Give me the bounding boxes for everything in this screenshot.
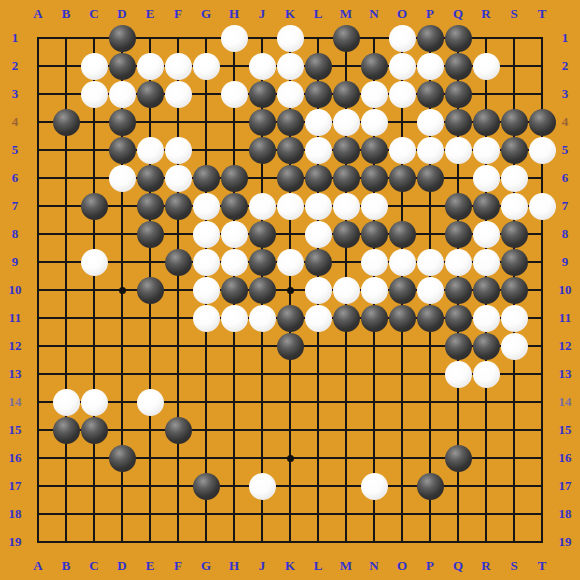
black-stone-J10[interactable] <box>249 277 276 304</box>
black-stone-Q16[interactable] <box>445 445 472 472</box>
column-label-bottom-F: F <box>174 558 182 574</box>
row-label-left-10: 10 <box>9 282 22 298</box>
black-stone-E8[interactable] <box>137 221 164 248</box>
white-stone-S12[interactable] <box>501 333 528 360</box>
white-stone-C9[interactable] <box>81 249 108 276</box>
white-stone-C14[interactable] <box>81 389 108 416</box>
row-label-left-14: 14 <box>9 394 22 410</box>
column-label-bottom-Q: Q <box>453 558 463 574</box>
row-label-left-18: 18 <box>9 506 22 522</box>
white-stone-H1[interactable] <box>221 25 248 52</box>
row-label-right-19: 19 <box>559 534 572 550</box>
black-stone-P1[interactable] <box>417 25 444 52</box>
black-stone-B4[interactable] <box>53 109 80 136</box>
black-stone-K5[interactable] <box>277 137 304 164</box>
row-label-left-2: 2 <box>12 58 19 74</box>
black-stone-P11[interactable] <box>417 305 444 332</box>
white-stone-P2[interactable] <box>417 53 444 80</box>
white-stone-R13[interactable] <box>473 361 500 388</box>
black-stone-M5[interactable] <box>333 137 360 164</box>
black-stone-D4[interactable] <box>109 109 136 136</box>
column-label-top-D: D <box>117 6 126 22</box>
row-label-left-5: 5 <box>12 142 19 158</box>
column-label-top-N: N <box>369 6 378 22</box>
black-stone-N11[interactable] <box>361 305 388 332</box>
white-stone-E5[interactable] <box>137 137 164 164</box>
black-stone-M3[interactable] <box>333 81 360 108</box>
white-stone-P4[interactable] <box>417 109 444 136</box>
white-stone-H11[interactable] <box>221 305 248 332</box>
black-stone-L9[interactable] <box>305 249 332 276</box>
white-stone-E14[interactable] <box>137 389 164 416</box>
black-stone-M1[interactable] <box>333 25 360 52</box>
white-stone-O9[interactable] <box>389 249 416 276</box>
white-stone-D6[interactable] <box>109 165 136 192</box>
black-stone-D5[interactable] <box>109 137 136 164</box>
column-label-bottom-D: D <box>117 558 126 574</box>
black-stone-K12[interactable] <box>277 333 304 360</box>
white-stone-T7[interactable] <box>529 193 556 220</box>
row-label-left-9: 9 <box>12 254 19 270</box>
black-stone-T4[interactable] <box>529 109 556 136</box>
white-stone-L5[interactable] <box>305 137 332 164</box>
black-stone-Q1[interactable] <box>445 25 472 52</box>
column-label-top-G: G <box>201 6 211 22</box>
black-stone-B15[interactable] <box>53 417 80 444</box>
black-stone-N2[interactable] <box>361 53 388 80</box>
column-label-bottom-G: G <box>201 558 211 574</box>
white-stone-K2[interactable] <box>277 53 304 80</box>
white-stone-R2[interactable] <box>473 53 500 80</box>
black-stone-Q2[interactable] <box>445 53 472 80</box>
white-stone-S6[interactable] <box>501 165 528 192</box>
column-label-bottom-A: A <box>33 558 42 574</box>
row-label-left-8: 8 <box>12 226 19 242</box>
row-label-left-1: 1 <box>12 30 19 46</box>
row-label-right-11: 11 <box>559 310 571 326</box>
star-point <box>287 455 294 462</box>
black-stone-Q12[interactable] <box>445 333 472 360</box>
black-stone-R10[interactable] <box>473 277 500 304</box>
black-stone-D16[interactable] <box>109 445 136 472</box>
black-stone-L6[interactable] <box>305 165 332 192</box>
black-stone-J9[interactable] <box>249 249 276 276</box>
white-stone-J2[interactable] <box>249 53 276 80</box>
white-stone-D3[interactable] <box>109 81 136 108</box>
row-label-right-7: 7 <box>562 198 569 214</box>
white-stone-K3[interactable] <box>277 81 304 108</box>
row-label-left-13: 13 <box>9 366 22 382</box>
white-stone-O5[interactable] <box>389 137 416 164</box>
white-stone-H9[interactable] <box>221 249 248 276</box>
row-label-left-15: 15 <box>9 422 22 438</box>
white-stone-N10[interactable] <box>361 277 388 304</box>
white-stone-R6[interactable] <box>473 165 500 192</box>
black-stone-Q11[interactable] <box>445 305 472 332</box>
white-stone-M7[interactable] <box>333 193 360 220</box>
column-label-bottom-L: L <box>314 558 323 574</box>
black-stone-K6[interactable] <box>277 165 304 192</box>
black-stone-M6[interactable] <box>333 165 360 192</box>
column-label-top-H: H <box>229 6 239 22</box>
column-label-top-M: M <box>340 6 352 22</box>
black-stone-F15[interactable] <box>165 417 192 444</box>
star-point <box>119 287 126 294</box>
black-stone-C7[interactable] <box>81 193 108 220</box>
column-label-bottom-E: E <box>146 558 155 574</box>
column-label-top-O: O <box>397 6 407 22</box>
black-stone-R4[interactable] <box>473 109 500 136</box>
row-label-left-4: 4 <box>12 114 19 130</box>
white-stone-G11[interactable] <box>193 305 220 332</box>
white-stone-T5[interactable] <box>529 137 556 164</box>
column-label-top-B: B <box>62 6 71 22</box>
column-label-top-J: J <box>259 6 266 22</box>
black-stone-D2[interactable] <box>109 53 136 80</box>
row-label-right-3: 3 <box>562 86 569 102</box>
white-stone-K7[interactable] <box>277 193 304 220</box>
column-label-top-F: F <box>174 6 182 22</box>
black-stone-Q3[interactable] <box>445 81 472 108</box>
black-stone-S9[interactable] <box>501 249 528 276</box>
white-stone-G10[interactable] <box>193 277 220 304</box>
white-stone-H3[interactable] <box>221 81 248 108</box>
column-label-top-R: R <box>481 6 490 22</box>
white-stone-Q9[interactable] <box>445 249 472 276</box>
black-stone-D1[interactable] <box>109 25 136 52</box>
go-app: AABBCCDDEEFFGGHHJJKKLLMMNNOOPPQQRRSSTT11… <box>0 0 580 580</box>
white-stone-Q13[interactable] <box>445 361 472 388</box>
white-stone-G2[interactable] <box>193 53 220 80</box>
black-stone-P17[interactable] <box>417 473 444 500</box>
black-stone-O6[interactable] <box>389 165 416 192</box>
black-stone-H10[interactable] <box>221 277 248 304</box>
black-stone-L3[interactable] <box>305 81 332 108</box>
black-stone-E3[interactable] <box>137 81 164 108</box>
column-label-bottom-T: T <box>538 558 547 574</box>
column-label-bottom-S: S <box>510 558 517 574</box>
white-stone-M10[interactable] <box>333 277 360 304</box>
white-stone-L4[interactable] <box>305 109 332 136</box>
black-stone-Q7[interactable] <box>445 193 472 220</box>
white-stone-B14[interactable] <box>53 389 80 416</box>
black-stone-J4[interactable] <box>249 109 276 136</box>
column-label-top-C: C <box>89 6 98 22</box>
column-label-bottom-N: N <box>369 558 378 574</box>
black-stone-P3[interactable] <box>417 81 444 108</box>
white-stone-L10[interactable] <box>305 277 332 304</box>
black-stone-S4[interactable] <box>501 109 528 136</box>
black-stone-N8[interactable] <box>361 221 388 248</box>
row-label-right-8: 8 <box>562 226 569 242</box>
row-label-left-6: 6 <box>12 170 19 186</box>
white-stone-K1[interactable] <box>277 25 304 52</box>
black-stone-F7[interactable] <box>165 193 192 220</box>
column-label-bottom-O: O <box>397 558 407 574</box>
black-stone-K11[interactable] <box>277 305 304 332</box>
star-point <box>287 287 294 294</box>
white-stone-R5[interactable] <box>473 137 500 164</box>
white-stone-F3[interactable] <box>165 81 192 108</box>
white-stone-L7[interactable] <box>305 193 332 220</box>
row-label-right-9: 9 <box>562 254 569 270</box>
white-stone-R11[interactable] <box>473 305 500 332</box>
row-label-right-5: 5 <box>562 142 569 158</box>
white-stone-C3[interactable] <box>81 81 108 108</box>
column-label-top-P: P <box>426 6 434 22</box>
column-label-bottom-J: J <box>259 558 266 574</box>
black-stone-M8[interactable] <box>333 221 360 248</box>
row-label-right-1: 1 <box>562 30 569 46</box>
white-stone-N9[interactable] <box>361 249 388 276</box>
black-stone-S5[interactable] <box>501 137 528 164</box>
column-label-bottom-H: H <box>229 558 239 574</box>
row-label-right-14: 14 <box>559 394 572 410</box>
white-stone-G7[interactable] <box>193 193 220 220</box>
grid-line-horizontal <box>37 513 543 515</box>
black-stone-N5[interactable] <box>361 137 388 164</box>
row-label-left-3: 3 <box>12 86 19 102</box>
white-stone-N3[interactable] <box>361 81 388 108</box>
white-stone-F5[interactable] <box>165 137 192 164</box>
row-label-left-7: 7 <box>12 198 19 214</box>
grid-line-horizontal <box>37 429 543 431</box>
column-label-top-Q: Q <box>453 6 463 22</box>
column-label-bottom-K: K <box>285 558 295 574</box>
white-stone-N7[interactable] <box>361 193 388 220</box>
black-stone-H7[interactable] <box>221 193 248 220</box>
white-stone-O3[interactable] <box>389 81 416 108</box>
white-stone-P9[interactable] <box>417 249 444 276</box>
white-stone-P5[interactable] <box>417 137 444 164</box>
white-stone-F2[interactable] <box>165 53 192 80</box>
black-stone-R7[interactable] <box>473 193 500 220</box>
black-stone-Q4[interactable] <box>445 109 472 136</box>
white-stone-J7[interactable] <box>249 193 276 220</box>
row-label-right-17: 17 <box>559 478 572 494</box>
black-stone-J3[interactable] <box>249 81 276 108</box>
black-stone-P6[interactable] <box>417 165 444 192</box>
column-label-top-A: A <box>33 6 42 22</box>
white-stone-O2[interactable] <box>389 53 416 80</box>
grid-line-horizontal <box>37 485 543 487</box>
row-label-right-16: 16 <box>559 450 572 466</box>
row-label-right-13: 13 <box>559 366 572 382</box>
black-stone-E7[interactable] <box>137 193 164 220</box>
white-stone-P10[interactable] <box>417 277 444 304</box>
black-stone-E6[interactable] <box>137 165 164 192</box>
black-stone-M11[interactable] <box>333 305 360 332</box>
row-label-left-12: 12 <box>9 338 22 354</box>
white-stone-R8[interactable] <box>473 221 500 248</box>
black-stone-S8[interactable] <box>501 221 528 248</box>
row-label-right-4: 4 <box>562 114 569 130</box>
grid-line-horizontal <box>37 541 543 543</box>
white-stone-J11[interactable] <box>249 305 276 332</box>
row-label-left-19: 19 <box>9 534 22 550</box>
white-stone-S7[interactable] <box>501 193 528 220</box>
row-label-right-18: 18 <box>559 506 572 522</box>
go-board[interactable]: AABBCCDDEEFFGGHHJJKKLLMMNNOOPPQQRRSSTT11… <box>0 0 580 580</box>
white-stone-Q5[interactable] <box>445 137 472 164</box>
black-stone-O11[interactable] <box>389 305 416 332</box>
white-stone-F6[interactable] <box>165 165 192 192</box>
black-stone-O8[interactable] <box>389 221 416 248</box>
black-stone-J8[interactable] <box>249 221 276 248</box>
black-stone-Q8[interactable] <box>445 221 472 248</box>
black-stone-C15[interactable] <box>81 417 108 444</box>
white-stone-K9[interactable] <box>277 249 304 276</box>
white-stone-M4[interactable] <box>333 109 360 136</box>
column-label-bottom-P: P <box>426 558 434 574</box>
white-stone-O1[interactable] <box>389 25 416 52</box>
column-label-top-E: E <box>146 6 155 22</box>
white-stone-L11[interactable] <box>305 305 332 332</box>
black-stone-K4[interactable] <box>277 109 304 136</box>
white-stone-N4[interactable] <box>361 109 388 136</box>
column-label-bottom-R: R <box>481 558 490 574</box>
row-label-right-12: 12 <box>559 338 572 354</box>
white-stone-J17[interactable] <box>249 473 276 500</box>
row-label-right-15: 15 <box>559 422 572 438</box>
row-label-left-11: 11 <box>9 310 21 326</box>
column-label-top-T: T <box>538 6 547 22</box>
black-stone-H6[interactable] <box>221 165 248 192</box>
black-stone-Q10[interactable] <box>445 277 472 304</box>
black-stone-N6[interactable] <box>361 165 388 192</box>
black-stone-G6[interactable] <box>193 165 220 192</box>
black-stone-L2[interactable] <box>305 53 332 80</box>
column-label-bottom-M: M <box>340 558 352 574</box>
column-label-bottom-C: C <box>89 558 98 574</box>
row-label-right-10: 10 <box>559 282 572 298</box>
column-label-top-K: K <box>285 6 295 22</box>
grid-line-horizontal <box>37 401 543 403</box>
black-stone-F9[interactable] <box>165 249 192 276</box>
white-stone-G9[interactable] <box>193 249 220 276</box>
black-stone-G17[interactable] <box>193 473 220 500</box>
column-label-top-S: S <box>510 6 517 22</box>
row-label-right-2: 2 <box>562 58 569 74</box>
row-label-left-17: 17 <box>9 478 22 494</box>
black-stone-O10[interactable] <box>389 277 416 304</box>
white-stone-R9[interactable] <box>473 249 500 276</box>
white-stone-L8[interactable] <box>305 221 332 248</box>
white-stone-E2[interactable] <box>137 53 164 80</box>
black-stone-E10[interactable] <box>137 277 164 304</box>
white-stone-N17[interactable] <box>361 473 388 500</box>
column-label-bottom-B: B <box>62 558 71 574</box>
black-stone-J5[interactable] <box>249 137 276 164</box>
white-stone-C2[interactable] <box>81 53 108 80</box>
black-stone-S10[interactable] <box>501 277 528 304</box>
white-stone-S11[interactable] <box>501 305 528 332</box>
white-stone-G8[interactable] <box>193 221 220 248</box>
row-label-left-16: 16 <box>9 450 22 466</box>
white-stone-H8[interactable] <box>221 221 248 248</box>
column-label-top-L: L <box>314 6 323 22</box>
black-stone-R12[interactable] <box>473 333 500 360</box>
row-label-right-6: 6 <box>562 170 569 186</box>
